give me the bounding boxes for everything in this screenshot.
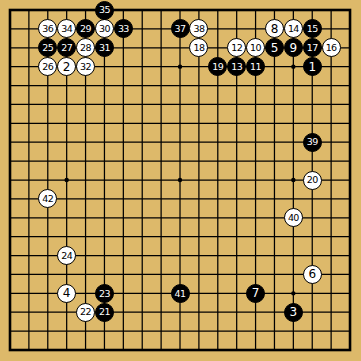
stone-black-1: 1 [303, 57, 322, 76]
stone-white-4: 4 [57, 284, 76, 303]
stone-black-23: 23 [95, 284, 114, 303]
stone-black-35: 35 [95, 1, 114, 20]
stone-white-22: 22 [76, 303, 95, 322]
stone-black-39: 39 [303, 133, 322, 152]
star-point [178, 64, 182, 68]
stone-black-9: 9 [284, 38, 303, 57]
stone-black-15: 15 [303, 19, 322, 38]
stone-black-3: 3 [284, 303, 303, 322]
star-point [291, 178, 295, 182]
stone-white-16: 16 [322, 38, 341, 57]
stone-white-40: 40 [284, 208, 303, 227]
stone-black-41: 41 [171, 284, 190, 303]
stone-black-37: 37 [171, 19, 190, 38]
stone-black-7: 7 [246, 284, 265, 303]
stone-white-20: 20 [303, 171, 322, 190]
star-point [291, 291, 295, 295]
star-point [178, 178, 182, 182]
go-board: 1234567891011121314151617181920212223242… [0, 0, 361, 361]
star-point [64, 178, 68, 182]
stone-white-6: 6 [303, 265, 322, 284]
stone-black-21: 21 [95, 303, 114, 322]
stone-black-17: 17 [303, 38, 322, 57]
star-point [291, 64, 295, 68]
